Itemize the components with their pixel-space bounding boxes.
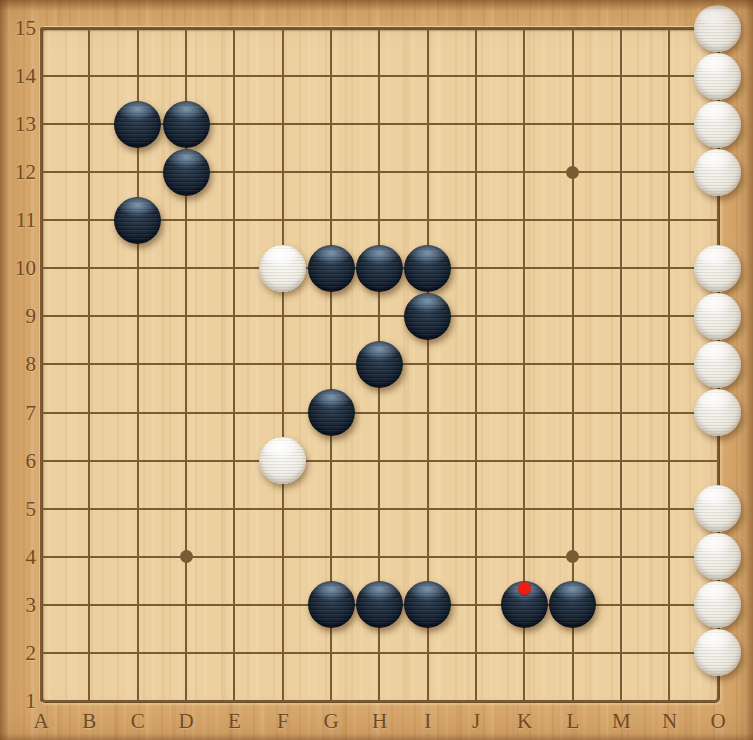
white-stone-O4 <box>694 533 741 580</box>
intersection-M12[interactable] <box>597 148 645 196</box>
intersection-G8[interactable] <box>307 340 355 388</box>
intersection-I10 <box>404 244 452 292</box>
intersection-F15[interactable] <box>259 4 307 52</box>
intersection-N7[interactable] <box>645 389 693 437</box>
intersection-I13[interactable] <box>404 100 452 148</box>
intersection-M5[interactable] <box>597 485 645 533</box>
intersection-K12[interactable] <box>500 148 548 196</box>
intersection-K13[interactable] <box>500 100 548 148</box>
intersection-O14 <box>694 52 742 100</box>
intersection-G7 <box>307 389 355 437</box>
intersection-B15[interactable] <box>65 4 113 52</box>
intersection-D2[interactable] <box>162 629 210 677</box>
intersection-E9[interactable] <box>210 292 258 340</box>
intersection-I7[interactable] <box>404 389 452 437</box>
intersection-C11 <box>113 196 161 244</box>
intersection-N5[interactable] <box>645 485 693 533</box>
intersection-N9[interactable] <box>645 292 693 340</box>
intersection-G10 <box>307 244 355 292</box>
intersection-M2[interactable] <box>597 629 645 677</box>
intersection-L7[interactable] <box>549 389 597 437</box>
intersection-M15[interactable] <box>597 4 645 52</box>
intersection-D11[interactable] <box>162 196 210 244</box>
intersection-D9[interactable] <box>162 292 210 340</box>
intersection-D12 <box>162 148 210 196</box>
black-stone-K3 <box>501 581 548 628</box>
white-stone-O3 <box>694 581 741 628</box>
intersection-G12[interactable] <box>307 148 355 196</box>
col-label-C: C <box>114 708 162 734</box>
white-stone-O9 <box>694 293 741 340</box>
intersection-F2[interactable] <box>259 629 307 677</box>
intersection-D10[interactable] <box>162 244 210 292</box>
row-label-12: 12 <box>0 160 36 184</box>
intersection-J7[interactable] <box>452 389 500 437</box>
col-label-G: G <box>307 708 355 734</box>
intersection-G14[interactable] <box>307 52 355 100</box>
intersection-L15[interactable] <box>549 4 597 52</box>
intersection-O11[interactable] <box>694 196 742 244</box>
intersection-F3[interactable] <box>259 581 307 629</box>
black-stone-C11 <box>114 197 161 244</box>
col-label-K: K <box>501 708 549 734</box>
intersection-O15 <box>694 4 742 52</box>
intersection-L9[interactable] <box>549 292 597 340</box>
intersection-D8[interactable] <box>162 340 210 388</box>
intersection-M14[interactable] <box>597 52 645 100</box>
intersection-H3 <box>355 581 403 629</box>
intersection-E14[interactable] <box>210 52 258 100</box>
intersection-D5[interactable] <box>162 485 210 533</box>
white-stone-F6 <box>259 437 306 484</box>
intersection-N11[interactable] <box>645 196 693 244</box>
intersection-B3[interactable] <box>65 581 113 629</box>
intersection-H14[interactable] <box>355 52 403 100</box>
intersection-I2[interactable] <box>404 629 452 677</box>
intersection-L3 <box>549 581 597 629</box>
intersection-F6 <box>259 437 307 485</box>
intersection-M6[interactable] <box>597 437 645 485</box>
intersection-I5[interactable] <box>404 485 452 533</box>
intersection-J4[interactable] <box>452 533 500 581</box>
intersection-M13[interactable] <box>597 100 645 148</box>
intersection-D7[interactable] <box>162 389 210 437</box>
intersection-J11[interactable] <box>452 196 500 244</box>
intersection-K9[interactable] <box>500 292 548 340</box>
intersection-K8[interactable] <box>500 340 548 388</box>
intersection-K4[interactable] <box>500 533 548 581</box>
intersection-L2[interactable] <box>549 629 597 677</box>
intersection-M4[interactable] <box>597 533 645 581</box>
intersection-E11[interactable] <box>210 196 258 244</box>
intersection-N12[interactable] <box>645 148 693 196</box>
intersection-L8[interactable] <box>549 340 597 388</box>
intersection-J6[interactable] <box>452 437 500 485</box>
black-stone-D13 <box>163 101 210 148</box>
intersection-I9 <box>404 292 452 340</box>
white-stone-F10 <box>259 245 306 292</box>
intersection-C12[interactable] <box>113 148 161 196</box>
intersection-F13[interactable] <box>259 100 307 148</box>
intersection-O4 <box>694 533 742 581</box>
intersection-J5[interactable] <box>452 485 500 533</box>
intersection-F11[interactable] <box>259 196 307 244</box>
row-label-11: 11 <box>0 208 36 232</box>
intersection-L10[interactable] <box>549 244 597 292</box>
col-label-B: B <box>65 708 113 734</box>
intersection-H8 <box>355 340 403 388</box>
intersection-G5[interactable] <box>307 485 355 533</box>
intersection-G6[interactable] <box>307 437 355 485</box>
intersection-G11[interactable] <box>307 196 355 244</box>
intersection-C8[interactable] <box>113 340 161 388</box>
intersection-K11[interactable] <box>500 196 548 244</box>
intersection-H13[interactable] <box>355 100 403 148</box>
intersection-O10 <box>694 244 742 292</box>
white-stone-O12 <box>694 149 741 196</box>
intersection-G9[interactable] <box>307 292 355 340</box>
row-label-2: 2 <box>0 641 36 665</box>
intersection-B5[interactable] <box>65 485 113 533</box>
intersection-E15[interactable] <box>210 4 258 52</box>
intersection-N13[interactable] <box>645 100 693 148</box>
intersection-C7[interactable] <box>113 389 161 437</box>
intersection-E8[interactable] <box>210 340 258 388</box>
intersection-E7[interactable] <box>210 389 258 437</box>
intersection-H10 <box>355 244 403 292</box>
intersection-J2[interactable] <box>452 629 500 677</box>
intersection-I15[interactable] <box>404 4 452 52</box>
intersection-I3 <box>404 581 452 629</box>
intersection-G4[interactable] <box>307 533 355 581</box>
col-label-A: A <box>17 708 65 734</box>
intersection-L4[interactable] <box>549 533 597 581</box>
white-stone-O7 <box>694 389 741 436</box>
intersection-N4[interactable] <box>645 533 693 581</box>
intersection-I8[interactable] <box>404 340 452 388</box>
intersection-F7[interactable] <box>259 389 307 437</box>
intersection-H12[interactable] <box>355 148 403 196</box>
intersection-M11[interactable] <box>597 196 645 244</box>
intersection-N14[interactable] <box>645 52 693 100</box>
col-label-D: D <box>162 708 210 734</box>
col-label-H: H <box>355 708 403 734</box>
intersection-F5[interactable] <box>259 485 307 533</box>
row-label-15: 15 <box>0 16 36 40</box>
intersection-I14[interactable] <box>404 52 452 100</box>
intersection-M3[interactable] <box>597 581 645 629</box>
black-stone-I3 <box>404 581 451 628</box>
row-label-8: 8 <box>0 352 36 376</box>
intersection-O12 <box>694 148 742 196</box>
black-stone-I10 <box>404 245 451 292</box>
row-label-14: 14 <box>0 64 36 88</box>
intersection-G3 <box>307 581 355 629</box>
intersection-G13[interactable] <box>307 100 355 148</box>
intersection-J9[interactable] <box>452 292 500 340</box>
intersection-J13[interactable] <box>452 100 500 148</box>
intersection-K2[interactable] <box>500 629 548 677</box>
goban-board: 151413121110987654321 ABCDEFGHIJKLMNO <box>0 0 753 740</box>
intersection-C15[interactable] <box>113 4 161 52</box>
intersection-C10[interactable] <box>113 244 161 292</box>
black-stone-H3 <box>356 581 403 628</box>
intersection-I12[interactable] <box>404 148 452 196</box>
intersection-L6[interactable] <box>549 437 597 485</box>
intersection-K3 <box>500 581 548 629</box>
black-stone-I9 <box>404 293 451 340</box>
intersection-B2[interactable] <box>65 629 113 677</box>
intersection-O5 <box>694 485 742 533</box>
row-label-7: 7 <box>0 401 36 425</box>
intersection-F14[interactable] <box>259 52 307 100</box>
col-label-E: E <box>210 708 258 734</box>
intersection-D15[interactable] <box>162 4 210 52</box>
intersection-I11[interactable] <box>404 196 452 244</box>
intersection-N8[interactable] <box>645 340 693 388</box>
intersection-B8[interactable] <box>65 340 113 388</box>
intersection-O6[interactable] <box>694 437 742 485</box>
intersection-C6[interactable] <box>113 437 161 485</box>
intersection-H2[interactable] <box>355 629 403 677</box>
intersection-C9[interactable] <box>113 292 161 340</box>
black-stone-H10 <box>356 245 403 292</box>
intersection-M8[interactable] <box>597 340 645 388</box>
last-move-marker <box>518 582 531 595</box>
intersection-K10[interactable] <box>500 244 548 292</box>
col-label-N: N <box>646 708 694 734</box>
intersection-F10 <box>259 244 307 292</box>
intersection-K5[interactable] <box>500 485 548 533</box>
white-stone-O2 <box>694 629 741 676</box>
intersection-O13 <box>694 100 742 148</box>
intersection-O3 <box>694 581 742 629</box>
white-stone-O13 <box>694 101 741 148</box>
intersection-B11[interactable] <box>65 196 113 244</box>
intersection-B9[interactable] <box>65 292 113 340</box>
intersection-B6[interactable] <box>65 437 113 485</box>
intersection-F4[interactable] <box>259 533 307 581</box>
intersection-L13[interactable] <box>549 100 597 148</box>
white-stone-O8 <box>694 341 741 388</box>
row-label-4: 4 <box>0 545 36 569</box>
intersection-B12[interactable] <box>65 148 113 196</box>
intersection-O8 <box>694 340 742 388</box>
intersection-E4[interactable] <box>210 533 258 581</box>
intersection-M7[interactable] <box>597 389 645 437</box>
intersection-L5[interactable] <box>549 485 597 533</box>
intersection-C13 <box>113 100 161 148</box>
intersection-D3[interactable] <box>162 581 210 629</box>
intersection-B4[interactable] <box>65 533 113 581</box>
black-stone-C13 <box>114 101 161 148</box>
intersection-E12[interactable] <box>210 148 258 196</box>
intersection-G2[interactable] <box>307 629 355 677</box>
intersection-B10[interactable] <box>65 244 113 292</box>
intersection-C3[interactable] <box>113 581 161 629</box>
intersection-I6[interactable] <box>404 437 452 485</box>
black-stone-L3 <box>549 581 596 628</box>
intersection-B13[interactable] <box>65 100 113 148</box>
intersection-F8[interactable] <box>259 340 307 388</box>
white-stone-O10 <box>694 245 741 292</box>
col-label-M: M <box>597 708 645 734</box>
intersection-E10[interactable] <box>210 244 258 292</box>
intersection-H7[interactable] <box>355 389 403 437</box>
white-stone-O15 <box>694 5 741 52</box>
row-label-10: 10 <box>0 256 36 280</box>
col-label-O: O <box>694 708 742 734</box>
intersection-J8[interactable] <box>452 340 500 388</box>
intersection-D13 <box>162 100 210 148</box>
intersection-H11[interactable] <box>355 196 403 244</box>
intersection-F12[interactable] <box>259 148 307 196</box>
intersection-J12[interactable] <box>452 148 500 196</box>
intersection-B7[interactable] <box>65 389 113 437</box>
black-stone-G3 <box>308 581 355 628</box>
row-label-9: 9 <box>0 304 36 328</box>
white-stone-O14 <box>694 53 741 100</box>
intersection-D14[interactable] <box>162 52 210 100</box>
intersection-H4[interactable] <box>355 533 403 581</box>
intersection-H15[interactable] <box>355 4 403 52</box>
intersection-C14[interactable] <box>113 52 161 100</box>
intersection-D6[interactable] <box>162 437 210 485</box>
white-stone-O5 <box>694 485 741 532</box>
intersection-M9[interactable] <box>597 292 645 340</box>
intersection-K6[interactable] <box>500 437 548 485</box>
intersection-I4[interactable] <box>404 533 452 581</box>
intersection-K14[interactable] <box>500 52 548 100</box>
intersection-L12[interactable] <box>549 148 597 196</box>
intersection-G15[interactable] <box>307 4 355 52</box>
col-label-L: L <box>549 708 597 734</box>
row-label-6: 6 <box>0 449 36 473</box>
col-label-I: I <box>404 708 452 734</box>
intersection-C5[interactable] <box>113 485 161 533</box>
black-stone-G7 <box>308 389 355 436</box>
intersection-N15[interactable] <box>645 4 693 52</box>
intersection-H9[interactable] <box>355 292 403 340</box>
intersection-M10[interactable] <box>597 244 645 292</box>
intersection-O7 <box>694 389 742 437</box>
intersection-C2[interactable] <box>113 629 161 677</box>
intersection-N6[interactable] <box>645 437 693 485</box>
intersection-O9 <box>694 292 742 340</box>
row-label-13: 13 <box>0 112 36 136</box>
intersection-K15[interactable] <box>500 4 548 52</box>
col-label-J: J <box>452 708 500 734</box>
intersection-L11[interactable] <box>549 196 597 244</box>
intersection-E5[interactable] <box>210 485 258 533</box>
col-label-F: F <box>259 708 307 734</box>
intersection-E3[interactable] <box>210 581 258 629</box>
intersection-J14[interactable] <box>452 52 500 100</box>
intersection-E13[interactable] <box>210 100 258 148</box>
intersection-F9[interactable] <box>259 292 307 340</box>
intersection-J3[interactable] <box>452 581 500 629</box>
intersection-H6[interactable] <box>355 437 403 485</box>
intersection-C4[interactable] <box>113 533 161 581</box>
intersection-H5[interactable] <box>355 485 403 533</box>
intersection-K7[interactable] <box>500 389 548 437</box>
black-stone-G10 <box>308 245 355 292</box>
intersection-L14[interactable] <box>549 52 597 100</box>
intersection-O2 <box>694 629 742 677</box>
intersection-D4[interactable] <box>162 533 210 581</box>
intersection-J15[interactable] <box>452 4 500 52</box>
black-stone-H8 <box>356 341 403 388</box>
intersection-N2[interactable] <box>645 629 693 677</box>
board-grid <box>17 4 742 725</box>
intersection-E2[interactable] <box>210 629 258 677</box>
intersection-J10[interactable] <box>452 244 500 292</box>
intersection-N10[interactable] <box>645 244 693 292</box>
intersection-N3[interactable] <box>645 581 693 629</box>
intersection-E6[interactable] <box>210 437 258 485</box>
row-label-5: 5 <box>0 497 36 521</box>
black-stone-D12 <box>163 149 210 196</box>
row-label-3: 3 <box>0 593 36 617</box>
intersection-B14[interactable] <box>65 52 113 100</box>
